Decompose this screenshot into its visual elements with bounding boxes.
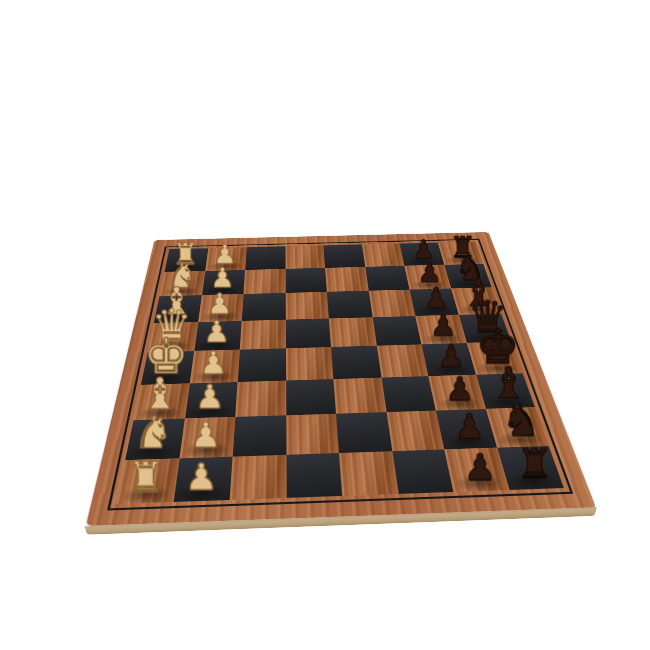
white-rook: ♜ — [127, 456, 165, 498]
square-f2: ♟ — [184, 382, 237, 419]
squares-grid: ♜♟♟♜♞♟♟♞♝♟♟♝♛♟♟♛♚♟♟♚♝♟♟♝♞♟♟♞♜♟♟♜ — [116, 242, 564, 504]
square-a3 — [245, 246, 285, 269]
scene: ♜♟♟♜♞♟♟♞♝♟♟♝♛♟♟♛♚♟♟♚♝♟♟♝♞♟♟♞♜♟♟♜ — [0, 0, 650, 650]
square-a5 — [323, 244, 364, 267]
square-e5 — [331, 346, 381, 379]
black-rook: ♜ — [516, 443, 553, 484]
black-pawn: ♟ — [454, 409, 485, 444]
board-border: ♜♟♟♜♞♟♟♞♝♟♟♝♛♟♟♛♚♟♟♚♝♟♟♝♞♟♟♞♜♟♟♜ — [86, 232, 596, 526]
square-b4 — [285, 268, 327, 293]
playing-area: ♜♟♟♜♞♟♟♞♝♟♟♝♛♟♟♛♚♟♟♚♝♟♟♝♞♟♟♞♜♟♟♜ — [107, 239, 573, 511]
white-pawn: ♟ — [200, 347, 228, 378]
square-f7: ♟ — [428, 374, 485, 410]
square-e4 — [285, 347, 333, 380]
square-d3 — [240, 319, 286, 349]
square-b3 — [243, 269, 285, 294]
black-pawn: ♟ — [430, 311, 457, 341]
square-h6 — [392, 449, 454, 494]
square-c4 — [285, 292, 329, 320]
square-e3 — [238, 348, 286, 381]
white-pawn: ♟ — [204, 317, 231, 347]
square-f6 — [381, 376, 436, 412]
square-c6 — [368, 290, 415, 317]
black-pawn: ♟ — [445, 373, 474, 406]
square-b6 — [365, 266, 410, 291]
black-knight: ♞ — [502, 398, 541, 442]
white-pawn: ♟ — [191, 418, 222, 453]
square-h4 — [286, 453, 342, 498]
square-d6 — [372, 316, 421, 346]
square-f5 — [333, 377, 386, 413]
square-c5 — [327, 291, 372, 318]
square-h2: ♟ — [173, 456, 233, 502]
black-pawn: ♟ — [464, 449, 497, 486]
square-g5 — [336, 412, 392, 452]
square-g4 — [286, 414, 339, 455]
square-g3 — [233, 415, 286, 456]
square-d5 — [329, 317, 377, 347]
square-h5 — [339, 451, 398, 496]
black-pawn: ♟ — [437, 340, 465, 371]
white-pawn: ♟ — [185, 459, 218, 496]
square-h3 — [230, 454, 286, 500]
square-h8: ♜ — [497, 445, 564, 489]
white-pawn: ♟ — [195, 381, 225, 414]
square-d4 — [285, 318, 331, 348]
white-knight: ♞ — [133, 410, 173, 454]
square-e6 — [376, 344, 428, 377]
square-f3 — [235, 380, 286, 417]
square-g2: ♟ — [179, 417, 235, 458]
square-b5 — [325, 267, 368, 292]
square-a4 — [285, 245, 325, 268]
square-a6 — [362, 243, 405, 266]
square-f4 — [286, 379, 336, 416]
square-c3 — [242, 293, 286, 321]
chessboard: ♜♟♟♜♞♟♟♞♝♟♟♝♛♟♟♛♚♟♟♚♝♟♟♝♞♟♟♞♜♟♟♜ — [86, 232, 596, 526]
photo-background: ♜♟♟♜♞♟♟♞♝♟♟♝♛♟♟♛♚♟♟♚♝♟♟♝♞♟♟♞♜♟♟♜ — [0, 0, 650, 650]
square-g6 — [386, 411, 444, 451]
square-h1: ♜ — [116, 458, 179, 504]
